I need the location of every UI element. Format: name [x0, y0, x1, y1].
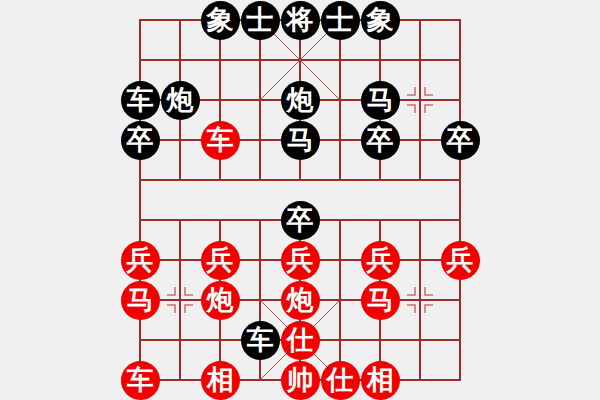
piece-black-chariot[interactable]: 车	[241, 321, 280, 360]
piece-black-cannon[interactable]: 炮	[281, 81, 320, 120]
piece-red-horse[interactable]: 马	[121, 281, 160, 320]
piece-black-elephant[interactable]: 象	[361, 1, 400, 40]
piece-black-horse[interactable]: 马	[361, 81, 400, 120]
piece-black-soldier[interactable]: 卒	[441, 121, 480, 160]
piece-red-soldier[interactable]: 兵	[121, 241, 160, 280]
piece-red-soldier[interactable]: 兵	[201, 241, 240, 280]
piece-red-chariot[interactable]: 车	[201, 121, 240, 160]
piece-black-soldier[interactable]: 卒	[281, 201, 320, 240]
piece-red-soldier[interactable]: 兵	[281, 241, 320, 280]
piece-red-chariot[interactable]: 车	[121, 361, 160, 400]
piece-red-soldier[interactable]: 兵	[441, 241, 480, 280]
piece-red-horse[interactable]: 马	[361, 281, 400, 320]
piece-black-advisor[interactable]: 士	[321, 1, 360, 40]
piece-black-chariot[interactable]: 车	[121, 81, 160, 120]
xiangqi-board: 象士将士象车炮炮马卒车马卒卒卒兵兵兵兵兵马炮炮马车仕车相帅仕相	[0, 0, 600, 400]
piece-red-advisor[interactable]: 仕	[281, 321, 320, 360]
piece-black-soldier[interactable]: 卒	[121, 121, 160, 160]
piece-black-horse[interactable]: 马	[281, 121, 320, 160]
piece-red-elephant[interactable]: 相	[361, 361, 400, 400]
piece-black-elephant[interactable]: 象	[201, 1, 240, 40]
pieces-layer: 象士将士象车炮炮马卒车马卒卒卒兵兵兵兵兵马炮炮马车仕车相帅仕相	[120, 0, 480, 400]
piece-black-soldier[interactable]: 卒	[361, 121, 400, 160]
piece-red-soldier[interactable]: 兵	[361, 241, 400, 280]
piece-black-general[interactable]: 将	[281, 1, 320, 40]
piece-red-general[interactable]: 帅	[281, 361, 320, 400]
piece-red-elephant[interactable]: 相	[201, 361, 240, 400]
piece-black-advisor[interactable]: 士	[241, 1, 280, 40]
piece-red-advisor[interactable]: 仕	[321, 361, 360, 400]
piece-red-cannon[interactable]: 炮	[281, 281, 320, 320]
piece-black-cannon[interactable]: 炮	[161, 81, 200, 120]
piece-red-cannon[interactable]: 炮	[201, 281, 240, 320]
